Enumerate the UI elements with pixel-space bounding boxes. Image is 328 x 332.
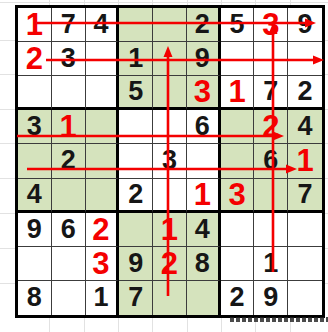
cell-r3c3[interactable]: [86, 76, 120, 110]
spreadsheet-gridline: [0, 2, 328, 3]
cell-r1c4[interactable]: [119, 8, 153, 42]
cell-r3c5[interactable]: [153, 76, 187, 110]
cell-r4c1[interactable]: 3: [18, 110, 52, 144]
cell-r8c4[interactable]: 9: [119, 247, 153, 281]
cell-r9c4[interactable]: 7: [119, 281, 153, 315]
cell-r5c4[interactable]: [119, 144, 153, 178]
cell-r9c3[interactable]: 1: [86, 281, 120, 315]
cell-r7c6[interactable]: 4: [187, 213, 221, 247]
cell-r2c7[interactable]: [221, 42, 255, 76]
cell-r4c3[interactable]: [86, 110, 120, 144]
cell-r1c8[interactable]: 3: [254, 8, 288, 42]
cell-r2c5[interactable]: [153, 42, 187, 76]
cell-r6c1[interactable]: 4: [18, 179, 52, 213]
cell-r3c6[interactable]: 3: [187, 76, 221, 110]
cell-r4c6[interactable]: 6: [187, 110, 221, 144]
cell-r4c5[interactable]: [153, 110, 187, 144]
cell-r1c3[interactable]: 4: [86, 8, 120, 42]
cell-r1c7[interactable]: 5: [221, 8, 255, 42]
watermark-microtext: [230, 317, 328, 322]
cell-r5c5[interactable]: 3: [153, 144, 187, 178]
cell-r5c9[interactable]: 1: [288, 144, 322, 178]
cell-r5c1[interactable]: [18, 144, 52, 178]
cell-r8c7[interactable]: [221, 247, 255, 281]
cell-r8c6[interactable]: 8: [187, 247, 221, 281]
cell-r6c7[interactable]: 3: [221, 179, 255, 213]
cell-r4c7[interactable]: [221, 110, 255, 144]
cell-r9c7[interactable]: 2: [221, 281, 255, 315]
cell-r6c9[interactable]: 7: [288, 179, 322, 213]
cell-r2c3[interactable]: [86, 42, 120, 76]
cell-r3c4[interactable]: 5: [119, 76, 153, 110]
cell-r2c9[interactable]: [288, 42, 322, 76]
cell-r9c5[interactable]: [153, 281, 187, 315]
cell-r1c2[interactable]: 7: [52, 8, 86, 42]
cell-r4c8[interactable]: 2: [254, 110, 288, 144]
cell-r8c1[interactable]: [18, 247, 52, 281]
cell-r2c8[interactable]: [254, 42, 288, 76]
cell-r7c2[interactable]: 6: [52, 213, 86, 247]
cell-r1c6[interactable]: 2: [187, 8, 221, 42]
cell-r4c4[interactable]: [119, 110, 153, 144]
cell-r2c6[interactable]: 9: [187, 42, 221, 76]
cell-r2c4[interactable]: 1: [119, 42, 153, 76]
cell-r6c5[interactable]: [153, 179, 187, 213]
cell-r3c9[interactable]: 2: [288, 76, 322, 110]
cell-r3c8[interactable]: 7: [254, 76, 288, 110]
cell-r3c7[interactable]: 1: [221, 76, 255, 110]
cell-r9c8[interactable]: 9: [254, 281, 288, 315]
cell-r7c5[interactable]: 1: [153, 213, 187, 247]
cell-r6c6[interactable]: 1: [187, 179, 221, 213]
cell-r7c1[interactable]: 9: [18, 213, 52, 247]
cell-r1c1[interactable]: 1: [18, 8, 52, 42]
sudoku-board: 1742539231953172316242361421379621439281…: [15, 5, 325, 318]
cell-r4c9[interactable]: 4: [288, 110, 322, 144]
cell-r5c8[interactable]: 6: [254, 144, 288, 178]
cell-r3c1[interactable]: [18, 76, 52, 110]
cell-r6c2[interactable]: [52, 179, 86, 213]
cell-r8c5[interactable]: 2: [153, 247, 187, 281]
cell-r7c4[interactable]: [119, 213, 153, 247]
cell-r7c9[interactable]: [288, 213, 322, 247]
cell-r1c5[interactable]: [153, 8, 187, 42]
cell-r3c2[interactable]: [52, 76, 86, 110]
cell-r8c3[interactable]: 3: [86, 247, 120, 281]
cell-r5c3[interactable]: [86, 144, 120, 178]
cell-r7c8[interactable]: [254, 213, 288, 247]
cell-r4c2[interactable]: 1: [52, 110, 86, 144]
cell-r1c9[interactable]: 9: [288, 8, 322, 42]
cell-r7c3[interactable]: 2: [86, 213, 120, 247]
cell-r2c1[interactable]: 2: [18, 42, 52, 76]
cell-r8c9[interactable]: [288, 247, 322, 281]
cell-r6c4[interactable]: 2: [119, 179, 153, 213]
cell-r9c1[interactable]: 8: [18, 281, 52, 315]
sudoku-screenshot: 1742539231953172316242361421379621439281…: [0, 0, 328, 332]
cell-r8c2[interactable]: [52, 247, 86, 281]
cell-r7c7[interactable]: [221, 213, 255, 247]
cell-r6c3[interactable]: [86, 179, 120, 213]
cell-r5c6[interactable]: [187, 144, 221, 178]
cell-r2c2[interactable]: 3: [52, 42, 86, 76]
cell-r9c9[interactable]: [288, 281, 322, 315]
cell-r5c7[interactable]: [221, 144, 255, 178]
cell-r9c2[interactable]: [52, 281, 86, 315]
cell-r5c2[interactable]: 2: [52, 144, 86, 178]
cell-r9c6[interactable]: [187, 281, 221, 315]
cell-r8c8[interactable]: 1: [254, 247, 288, 281]
cell-r6c8[interactable]: [254, 179, 288, 213]
